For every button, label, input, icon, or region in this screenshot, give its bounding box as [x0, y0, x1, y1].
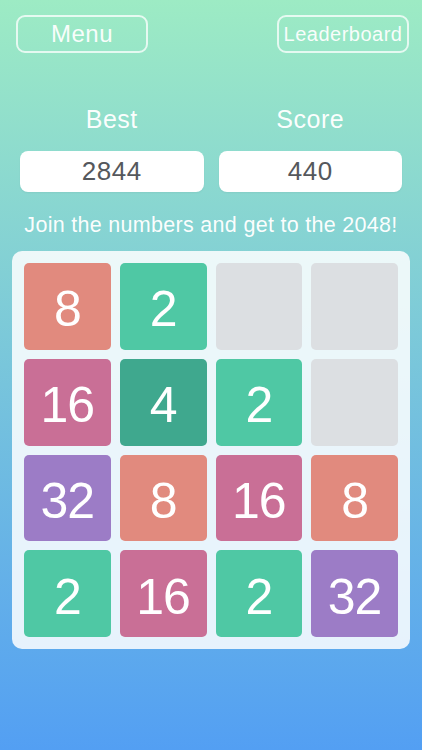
- empty-cell: [311, 263, 398, 350]
- empty-cell: [311, 359, 398, 446]
- tile-4: 4: [120, 359, 207, 446]
- current-score-box: 440: [219, 151, 403, 192]
- score-boxes-row: 2844 440: [0, 151, 422, 192]
- menu-button[interactable]: Menu: [16, 15, 148, 53]
- tile-8: 8: [120, 455, 207, 542]
- score-labels-row: Best Score: [0, 105, 422, 134]
- board[interactable]: 821642328168216232: [12, 251, 410, 649]
- tile-2: 2: [216, 550, 303, 637]
- best-label: Best: [20, 105, 204, 134]
- tile-2: 2: [120, 263, 207, 350]
- score-label: Score: [219, 105, 403, 134]
- tile-8: 8: [24, 263, 111, 350]
- game-tagline: Join the numbers and get to the 2048!: [0, 213, 422, 238]
- current-score-value: 440: [288, 156, 333, 187]
- tile-16: 16: [216, 455, 303, 542]
- leaderboard-button[interactable]: Leaderboard: [277, 15, 409, 53]
- best-score-box: 2844: [20, 151, 204, 192]
- tile-16: 16: [24, 359, 111, 446]
- tile-8: 8: [311, 455, 398, 542]
- top-bar: Menu Leaderboard: [0, 0, 422, 53]
- tile-2: 2: [24, 550, 111, 637]
- tile-2: 2: [216, 359, 303, 446]
- best-score-value: 2844: [82, 156, 142, 187]
- tile-32: 32: [311, 550, 398, 637]
- tile-16: 16: [120, 550, 207, 637]
- tile-32: 32: [24, 455, 111, 542]
- empty-cell: [216, 263, 303, 350]
